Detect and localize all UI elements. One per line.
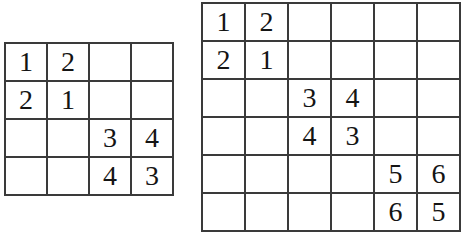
cell-r5c2 [246,156,287,192]
cell-r1c3 [289,4,330,40]
cell-r2c5 [375,42,416,78]
cell-r1c1: 1 [203,4,244,40]
figure-canvas: 12213443 122134435665 [0,0,464,241]
cell-r3c3: 3 [90,120,130,156]
cell-r3c2 [48,120,88,156]
cell-r3c2 [246,80,287,116]
cell-r4c1 [6,158,46,194]
cell-r4c2 [246,118,287,154]
cell-r5c1 [203,156,244,192]
cell-r1c2: 2 [48,44,88,80]
cell-r3c3: 3 [289,80,330,116]
cell-r4c5 [375,118,416,154]
cell-r3c6 [418,80,459,116]
cell-r1c1: 1 [6,44,46,80]
cell-r2c3 [90,82,130,118]
cell-r1c4 [332,4,373,40]
cell-r1c2: 2 [246,4,287,40]
cell-r1c3 [90,44,130,80]
cell-r1c5 [375,4,416,40]
cell-r6c6: 5 [418,194,459,230]
cell-r4c3: 4 [90,158,130,194]
right-grid-6x6: 122134435665 [201,2,461,232]
left-grid-4x4: 12213443 [4,42,174,196]
cell-r2c2: 1 [48,82,88,118]
cell-r5c3 [289,156,330,192]
cell-r4c6 [418,118,459,154]
cell-r2c3 [289,42,330,78]
cell-r4c4: 3 [332,118,373,154]
cell-r5c6: 6 [418,156,459,192]
cell-r1c6 [418,4,459,40]
cell-r3c5 [375,80,416,116]
cell-r2c1: 2 [6,82,46,118]
cell-r5c5: 5 [375,156,416,192]
cell-r2c1: 2 [203,42,244,78]
cell-r6c3 [289,194,330,230]
cell-r2c4 [332,42,373,78]
cell-r2c4 [132,82,172,118]
cell-r1c4 [132,44,172,80]
cell-r4c1 [203,118,244,154]
cell-r3c1 [203,80,244,116]
cell-r2c6 [418,42,459,78]
cell-r6c1 [203,194,244,230]
cell-r3c1 [6,120,46,156]
cell-r4c2 [48,158,88,194]
cell-r3c4: 4 [332,80,373,116]
cell-r6c2 [246,194,287,230]
cell-r6c5: 6 [375,194,416,230]
cell-r2c2: 1 [246,42,287,78]
cell-r3c4: 4 [132,120,172,156]
cell-r5c4 [332,156,373,192]
cell-r4c4: 3 [132,158,172,194]
cell-r6c4 [332,194,373,230]
cell-r4c3: 4 [289,118,330,154]
